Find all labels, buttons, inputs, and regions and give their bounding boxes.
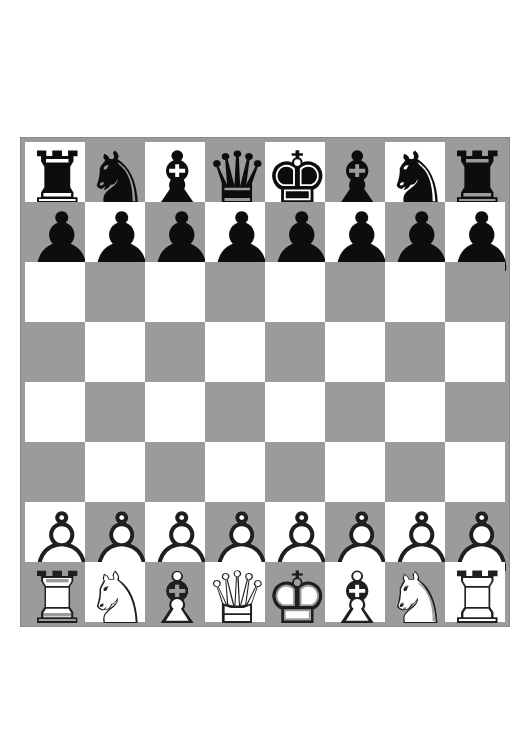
piece-white-queen[interactable]: ♛♕: [205, 562, 270, 634]
piece-glyph-outline: ♕: [205, 562, 270, 634]
square-h8[interactable]: ♜: [445, 142, 505, 202]
square-f1[interactable]: ♝♗: [325, 562, 385, 622]
square-f6[interactable]: [325, 262, 385, 322]
square-h1[interactable]: ♜♖: [445, 562, 505, 622]
piece-white-bishop[interactable]: ♝♗: [145, 562, 210, 634]
square-f4[interactable]: [325, 382, 385, 442]
piece-glyph-outline: ♖: [445, 562, 510, 634]
square-a1[interactable]: ♜♖: [25, 562, 85, 622]
square-b6[interactable]: [85, 262, 145, 322]
square-d7[interactable]: ♟: [205, 202, 265, 262]
piece-white-king[interactable]: ♚♔: [265, 562, 330, 634]
square-g7[interactable]: ♟: [385, 202, 445, 262]
square-h6[interactable]: [445, 262, 505, 322]
square-d6[interactable]: [205, 262, 265, 322]
square-g6[interactable]: [385, 262, 445, 322]
square-g4[interactable]: [385, 382, 445, 442]
square-d3[interactable]: [205, 442, 265, 502]
square-c3[interactable]: [145, 442, 205, 502]
square-b4[interactable]: [85, 382, 145, 442]
square-f3[interactable]: [325, 442, 385, 502]
chessboard: ♜♞♝♛♚♝♞♜♟♟♟♟♟♟♟♟♟♙♟♙♟♙♟♙♟♙♟♙♟♙♟♙♜♖♞♘♝♗♛♕…: [25, 142, 505, 622]
square-e3[interactable]: [265, 442, 325, 502]
square-e8[interactable]: ♚: [265, 142, 325, 202]
square-h7[interactable]: ♟: [445, 202, 505, 262]
square-c4[interactable]: [145, 382, 205, 442]
square-h4[interactable]: [445, 382, 505, 442]
square-b2[interactable]: ♟♙: [85, 502, 145, 562]
square-a2[interactable]: ♟♙: [25, 502, 85, 562]
piece-white-rook[interactable]: ♜♖: [25, 562, 90, 634]
square-d5[interactable]: [205, 322, 265, 382]
square-c2[interactable]: ♟♙: [145, 502, 205, 562]
square-d8[interactable]: ♛: [205, 142, 265, 202]
piece-white-bishop[interactable]: ♝♗: [325, 562, 390, 634]
piece-glyph-outline: ♘: [85, 562, 150, 634]
square-c1[interactable]: ♝♗: [145, 562, 205, 622]
square-f5[interactable]: [325, 322, 385, 382]
square-e5[interactable]: [265, 322, 325, 382]
square-f8[interactable]: ♝: [325, 142, 385, 202]
square-a7[interactable]: ♟: [25, 202, 85, 262]
piece-glyph-outline: ♗: [325, 562, 390, 634]
piece-glyph-outline: ♖: [25, 562, 90, 634]
piece-white-rook[interactable]: ♜♖: [445, 562, 510, 634]
square-e6[interactable]: [265, 262, 325, 322]
square-a8[interactable]: ♜: [25, 142, 85, 202]
square-f2[interactable]: ♟♙: [325, 502, 385, 562]
square-a5[interactable]: [25, 322, 85, 382]
square-h5[interactable]: [445, 322, 505, 382]
square-g3[interactable]: [385, 442, 445, 502]
square-e2[interactable]: ♟♙: [265, 502, 325, 562]
square-g8[interactable]: ♞: [385, 142, 445, 202]
square-g1[interactable]: ♞♘: [385, 562, 445, 622]
square-c5[interactable]: [145, 322, 205, 382]
piece-white-knight[interactable]: ♞♘: [85, 562, 150, 634]
piece-glyph-outline: ♗: [145, 562, 210, 634]
square-h2[interactable]: ♟♙: [445, 502, 505, 562]
square-a3[interactable]: [25, 442, 85, 502]
square-e7[interactable]: ♟: [265, 202, 325, 262]
square-b1[interactable]: ♞♘: [85, 562, 145, 622]
square-f7[interactable]: ♟: [325, 202, 385, 262]
square-d1[interactable]: ♛♕: [205, 562, 265, 622]
square-b3[interactable]: [85, 442, 145, 502]
piece-glyph-outline: ♘: [385, 562, 450, 634]
square-a4[interactable]: [25, 382, 85, 442]
square-b8[interactable]: ♞: [85, 142, 145, 202]
square-c6[interactable]: [145, 262, 205, 322]
square-a6[interactable]: [25, 262, 85, 322]
square-b5[interactable]: [85, 322, 145, 382]
chessboard-frame: ♜♞♝♛♚♝♞♜♟♟♟♟♟♟♟♟♟♙♟♙♟♙♟♙♟♙♟♙♟♙♟♙♜♖♞♘♝♗♛♕…: [20, 137, 510, 627]
square-b7[interactable]: ♟: [85, 202, 145, 262]
square-d2[interactable]: ♟♙: [205, 502, 265, 562]
square-e1[interactable]: ♚♔: [265, 562, 325, 622]
square-c7[interactable]: ♟: [145, 202, 205, 262]
square-e4[interactable]: [265, 382, 325, 442]
piece-white-knight[interactable]: ♞♘: [385, 562, 450, 634]
square-g5[interactable]: [385, 322, 445, 382]
piece-glyph-outline: ♔: [265, 562, 330, 634]
square-c8[interactable]: ♝: [145, 142, 205, 202]
square-d4[interactable]: [205, 382, 265, 442]
square-g2[interactable]: ♟♙: [385, 502, 445, 562]
square-h3[interactable]: [445, 442, 505, 502]
